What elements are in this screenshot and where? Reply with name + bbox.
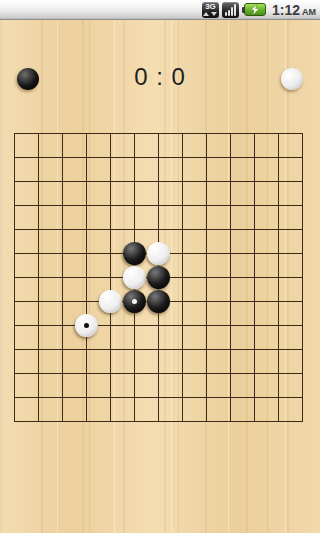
network-type-label: 3G [205, 3, 216, 11]
data-activity-arrows-icon [203, 12, 217, 16]
status-clock: 1:12 AM [272, 3, 316, 17]
signal-strength-icon [222, 2, 239, 18]
stone-white [99, 290, 122, 313]
clock-time: 1:12 [272, 3, 300, 17]
battery-terminal [242, 7, 245, 13]
last-move-marker-icon [132, 299, 137, 304]
stone-black [123, 290, 146, 313]
mobile-data-3g-icon: 3G [202, 2, 219, 18]
stone-black [147, 266, 170, 289]
last-move-marker-icon [84, 323, 89, 328]
stone-white [123, 266, 146, 289]
signal-bars-icon [225, 4, 236, 16]
stone-white [75, 314, 98, 337]
white-player-stone-icon [281, 68, 303, 90]
stone-white [147, 242, 170, 265]
clock-meridiem: AM [302, 7, 316, 17]
stone-black [147, 290, 170, 313]
stone-black [123, 242, 146, 265]
score-display: 0 : 0 [0, 63, 320, 91]
status-bar: 3G 1:12 AM [0, 0, 320, 20]
lightning-bolt-icon [250, 4, 260, 15]
gomoku-app-screen: 3G 1:12 AM 0 : 0 [0, 0, 320, 533]
upload-arrow-icon [203, 12, 209, 16]
board-intersections-grid[interactable] [2, 121, 314, 433]
download-arrow-icon [211, 12, 217, 16]
gomoku-board[interactable] [2, 121, 314, 433]
battery-charging-icon [244, 3, 266, 16]
